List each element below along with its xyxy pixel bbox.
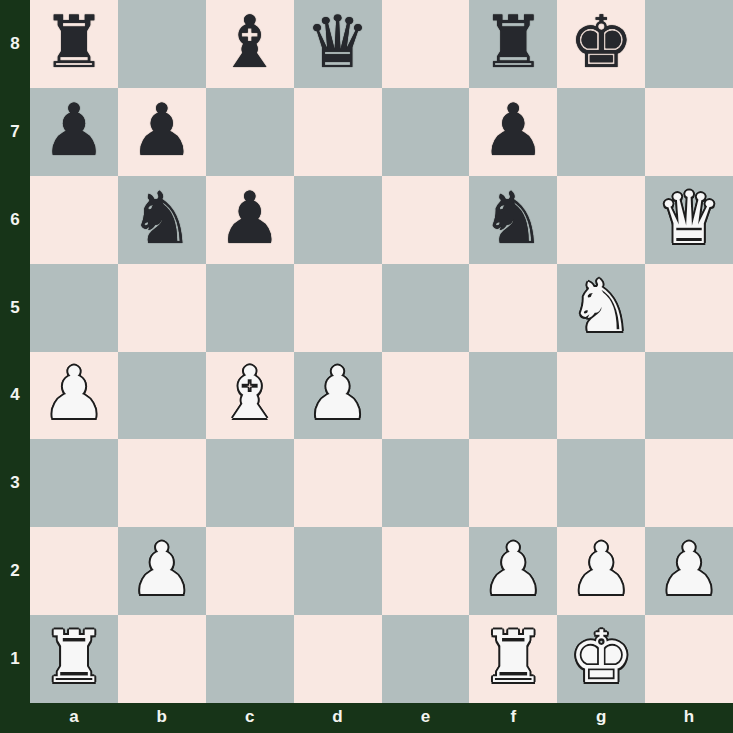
square-e6[interactable]: [382, 176, 470, 264]
piece-black-rook-a8[interactable]: ♜: [42, 6, 107, 78]
square-h8[interactable]: [645, 0, 733, 88]
rank-label-7: 7: [0, 88, 30, 176]
square-a2[interactable]: [30, 527, 118, 615]
square-h6[interactable]: ♛: [645, 176, 733, 264]
square-e8[interactable]: [382, 0, 470, 88]
square-f1[interactable]: ♜: [469, 615, 557, 703]
rank-label-2: 2: [0, 527, 30, 615]
square-d7[interactable]: [294, 88, 382, 176]
file-labels-row: abcdefgh: [30, 703, 733, 733]
file-label-f: f: [469, 703, 557, 733]
piece-white-queen-h6[interactable]: ♛: [657, 182, 722, 254]
square-h1[interactable]: [645, 615, 733, 703]
piece-black-knight-b6[interactable]: ♞: [130, 182, 195, 254]
square-b1[interactable]: [118, 615, 206, 703]
square-e2[interactable]: [382, 527, 470, 615]
file-label-a: a: [30, 703, 118, 733]
file-label-c: c: [206, 703, 294, 733]
square-c2[interactable]: [206, 527, 294, 615]
square-e7[interactable]: [382, 88, 470, 176]
square-d8[interactable]: ♛: [294, 0, 382, 88]
square-g3[interactable]: [557, 439, 645, 527]
square-a3[interactable]: [30, 439, 118, 527]
square-c1[interactable]: [206, 615, 294, 703]
piece-white-bishop-c4[interactable]: ♝: [217, 357, 282, 429]
square-g2[interactable]: ♟: [557, 527, 645, 615]
square-g7[interactable]: [557, 88, 645, 176]
square-a6[interactable]: [30, 176, 118, 264]
square-d4[interactable]: ♟: [294, 352, 382, 440]
rank-label-8: 8: [0, 0, 30, 88]
file-label-g: g: [557, 703, 645, 733]
square-g5[interactable]: ♞: [557, 264, 645, 352]
rank-label-1: 1: [0, 615, 30, 703]
square-a8[interactable]: ♜: [30, 0, 118, 88]
square-c7[interactable]: [206, 88, 294, 176]
square-b7[interactable]: ♟: [118, 88, 206, 176]
square-d6[interactable]: [294, 176, 382, 264]
file-label-b: b: [118, 703, 206, 733]
square-f6[interactable]: ♞: [469, 176, 557, 264]
piece-white-pawn-a4[interactable]: ♟: [42, 357, 107, 429]
square-b3[interactable]: [118, 439, 206, 527]
file-label-e: e: [382, 703, 470, 733]
square-h7[interactable]: [645, 88, 733, 176]
piece-black-pawn-a7[interactable]: ♟: [42, 94, 107, 166]
piece-black-queen-d8[interactable]: ♛: [305, 6, 370, 78]
piece-white-knight-g5[interactable]: ♞: [569, 270, 634, 342]
square-f4[interactable]: [469, 352, 557, 440]
square-c4[interactable]: ♝: [206, 352, 294, 440]
square-h5[interactable]: [645, 264, 733, 352]
square-e3[interactable]: [382, 439, 470, 527]
rank-labels-column: 87654321: [0, 0, 30, 703]
square-b4[interactable]: [118, 352, 206, 440]
piece-black-bishop-c8[interactable]: ♝: [217, 6, 282, 78]
square-f3[interactable]: [469, 439, 557, 527]
square-g4[interactable]: [557, 352, 645, 440]
square-h4[interactable]: [645, 352, 733, 440]
square-f5[interactable]: [469, 264, 557, 352]
square-e5[interactable]: [382, 264, 470, 352]
square-c5[interactable]: [206, 264, 294, 352]
square-g1[interactable]: ♚: [557, 615, 645, 703]
square-h3[interactable]: [645, 439, 733, 527]
square-e1[interactable]: [382, 615, 470, 703]
board-corner: [0, 703, 30, 733]
square-d1[interactable]: [294, 615, 382, 703]
square-d3[interactable]: [294, 439, 382, 527]
piece-black-pawn-b7[interactable]: ♟: [130, 94, 195, 166]
piece-black-pawn-c6[interactable]: ♟: [217, 182, 282, 254]
board: ♜♝♛♜♚♟♟♟♞♟♞♛♞♟♝♟♟♟♟♟♜♜♚: [30, 0, 733, 703]
piece-black-rook-f8[interactable]: ♜: [481, 6, 546, 78]
square-e4[interactable]: [382, 352, 470, 440]
square-c8[interactable]: ♝: [206, 0, 294, 88]
square-f7[interactable]: ♟: [469, 88, 557, 176]
square-b8[interactable]: [118, 0, 206, 88]
square-a7[interactable]: ♟: [30, 88, 118, 176]
rank-label-6: 6: [0, 176, 30, 264]
square-a1[interactable]: ♜: [30, 615, 118, 703]
piece-white-pawn-b2[interactable]: ♟: [130, 533, 195, 605]
piece-black-pawn-f7[interactable]: ♟: [481, 94, 546, 166]
piece-white-pawn-h2[interactable]: ♟: [657, 533, 722, 605]
square-c3[interactable]: [206, 439, 294, 527]
piece-black-king-g8[interactable]: ♚: [569, 6, 634, 78]
rank-label-4: 4: [0, 352, 30, 440]
square-b2[interactable]: ♟: [118, 527, 206, 615]
square-b5[interactable]: [118, 264, 206, 352]
square-c6[interactable]: ♟: [206, 176, 294, 264]
square-d2[interactable]: [294, 527, 382, 615]
file-label-h: h: [645, 703, 733, 733]
piece-white-pawn-f2[interactable]: ♟: [481, 533, 546, 605]
piece-black-knight-f6[interactable]: ♞: [481, 182, 546, 254]
square-f8[interactable]: ♜: [469, 0, 557, 88]
piece-white-pawn-d4[interactable]: ♟: [305, 357, 370, 429]
square-g8[interactable]: ♚: [557, 0, 645, 88]
square-a5[interactable]: [30, 264, 118, 352]
square-h2[interactable]: ♟: [645, 527, 733, 615]
piece-white-rook-a1[interactable]: ♜: [42, 621, 107, 693]
chess-board-frame: 87654321 ♜♝♛♜♚♟♟♟♞♟♞♛♞♟♝♟♟♟♟♟♜♜♚ abcdefg…: [0, 0, 733, 733]
square-d5[interactable]: [294, 264, 382, 352]
square-f2[interactable]: ♟: [469, 527, 557, 615]
piece-white-rook-f1[interactable]: ♜: [481, 621, 546, 693]
rank-label-3: 3: [0, 439, 30, 527]
piece-white-pawn-g2[interactable]: ♟: [569, 533, 634, 605]
rank-label-5: 5: [0, 264, 30, 352]
square-b6[interactable]: ♞: [118, 176, 206, 264]
square-a4[interactable]: ♟: [30, 352, 118, 440]
file-label-d: d: [294, 703, 382, 733]
square-g6[interactable]: [557, 176, 645, 264]
piece-white-king-g1[interactable]: ♚: [569, 621, 634, 693]
